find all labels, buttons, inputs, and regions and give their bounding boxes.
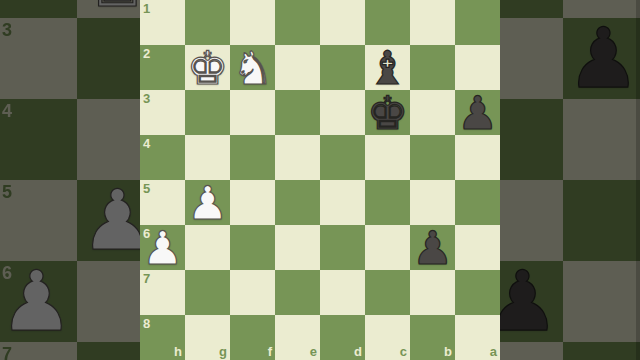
black-bishop-c2[interactable]: ♝ <box>365 45 410 90</box>
chess-board: 12♚♞♝3♚♟45♟6♟♟78hgfedcba <box>140 0 500 360</box>
square-g1[interactable] <box>185 0 230 45</box>
file-label-a: a <box>490 345 497 358</box>
square-d5[interactable] <box>320 180 365 225</box>
square-g4[interactable] <box>185 135 230 180</box>
rank-label-7: 7 <box>2 345 12 360</box>
square-b3[interactable] <box>410 90 455 135</box>
square-a2[interactable] <box>455 45 500 90</box>
square-g5[interactable]: ♟ <box>185 180 230 225</box>
square-h2: 2 <box>0 0 77 18</box>
square-f3[interactable] <box>230 90 275 135</box>
right-edge-vignette <box>636 0 640 360</box>
square-f6[interactable] <box>230 225 275 270</box>
square-d3[interactable] <box>320 90 365 135</box>
square-c7[interactable] <box>365 270 410 315</box>
square-d8[interactable]: d <box>320 315 365 360</box>
square-b5[interactable] <box>410 180 455 225</box>
square-f1[interactable] <box>230 0 275 45</box>
square-b8[interactable]: b <box>410 315 455 360</box>
black-pawn-a3[interactable]: ♟ <box>455 90 500 135</box>
square-h4: 4 <box>0 99 77 180</box>
rank-label-7: 7 <box>143 272 150 285</box>
square-b6[interactable]: ♟ <box>410 225 455 270</box>
square-e3[interactable] <box>275 90 320 135</box>
square-a1[interactable] <box>455 0 500 45</box>
square-f8[interactable]: f <box>230 315 275 360</box>
square-h4[interactable]: 4 <box>140 135 185 180</box>
square-h3[interactable]: 3 <box>140 90 185 135</box>
rank-label-2: 2 <box>143 47 150 60</box>
square-a4 <box>563 99 640 180</box>
square-a7 <box>563 342 640 360</box>
square-d6[interactable] <box>320 225 365 270</box>
square-g6[interactable] <box>185 225 230 270</box>
square-h7: 7 <box>0 342 77 360</box>
square-e1[interactable] <box>275 0 320 45</box>
square-g8[interactable]: g <box>185 315 230 360</box>
square-h3: 3 <box>0 18 77 99</box>
white-pawn-g5[interactable]: ♟ <box>185 180 230 225</box>
file-label-d: d <box>354 345 362 358</box>
square-g7[interactable] <box>185 270 230 315</box>
square-e8[interactable]: e <box>275 315 320 360</box>
square-d4[interactable] <box>320 135 365 180</box>
file-label-e: e <box>310 345 317 358</box>
black-king-c3[interactable]: ♚ <box>365 90 410 135</box>
square-a5[interactable] <box>455 180 500 225</box>
video-frame: 12♚♞♝3♚♟45♟6♟♟78hgfedcba 12♚♞♝3♚♟45♟6♟♟7… <box>0 0 640 360</box>
rank-label-4: 4 <box>2 102 12 120</box>
white-king-g2[interactable]: ♚ <box>185 45 230 90</box>
square-d7[interactable] <box>320 270 365 315</box>
square-b2[interactable] <box>410 45 455 90</box>
square-c2[interactable]: ♝ <box>365 45 410 90</box>
square-c6[interactable] <box>365 225 410 270</box>
square-b1[interactable] <box>410 0 455 45</box>
file-label-f: f <box>268 345 272 358</box>
square-a3: ♟ <box>563 18 640 99</box>
square-c1[interactable] <box>365 0 410 45</box>
square-h2[interactable]: 2 <box>140 45 185 90</box>
square-a6 <box>563 261 640 342</box>
rank-label-3: 3 <box>143 92 150 105</box>
white-knight-f2[interactable]: ♞ <box>230 45 275 90</box>
square-e7[interactable] <box>275 270 320 315</box>
file-label-c: c <box>400 345 407 358</box>
square-a7[interactable] <box>455 270 500 315</box>
square-h7[interactable]: 7 <box>140 270 185 315</box>
square-f4[interactable] <box>230 135 275 180</box>
square-g3[interactable] <box>185 90 230 135</box>
rank-label-3: 3 <box>2 21 12 39</box>
square-g2[interactable]: ♚ <box>185 45 230 90</box>
square-h6[interactable]: 6♟ <box>140 225 185 270</box>
square-c8[interactable]: c <box>365 315 410 360</box>
file-label-g: g <box>219 345 227 358</box>
black-pawn-a3: ♟ <box>563 18 640 99</box>
file-label-h: h <box>174 345 182 358</box>
square-h8[interactable]: 8h <box>140 315 185 360</box>
black-pawn-b6[interactable]: ♟ <box>410 225 455 270</box>
square-a6[interactable] <box>455 225 500 270</box>
square-h6: 6♟ <box>0 261 77 342</box>
square-h5[interactable]: 5 <box>140 180 185 225</box>
square-b4[interactable] <box>410 135 455 180</box>
square-d2[interactable] <box>320 45 365 90</box>
white-pawn-h6[interactable]: ♟ <box>140 225 185 270</box>
square-f5[interactable] <box>230 180 275 225</box>
white-pawn-h6: ♟ <box>0 261 77 342</box>
square-d1[interactable] <box>320 0 365 45</box>
rank-label-4: 4 <box>143 137 150 150</box>
file-label-b: b <box>444 345 452 358</box>
square-b7[interactable] <box>410 270 455 315</box>
square-h5: 5 <box>0 180 77 261</box>
square-a5 <box>563 180 640 261</box>
square-e4[interactable] <box>275 135 320 180</box>
rank-label-5: 5 <box>143 182 150 195</box>
square-e6[interactable] <box>275 225 320 270</box>
square-f2[interactable]: ♞ <box>230 45 275 90</box>
square-c4[interactable] <box>365 135 410 180</box>
rank-label-8: 8 <box>143 317 150 330</box>
square-c3[interactable]: ♚ <box>365 90 410 135</box>
square-a8[interactable]: a <box>455 315 500 360</box>
square-e5[interactable] <box>275 180 320 225</box>
square-a3[interactable]: ♟ <box>455 90 500 135</box>
square-h1[interactable]: 1 <box>140 0 185 45</box>
square-c5[interactable] <box>365 180 410 225</box>
rank-label-1: 1 <box>143 2 150 15</box>
square-a4[interactable] <box>455 135 500 180</box>
square-e2[interactable] <box>275 45 320 90</box>
square-f7[interactable] <box>230 270 275 315</box>
rank-label-5: 5 <box>2 183 12 201</box>
